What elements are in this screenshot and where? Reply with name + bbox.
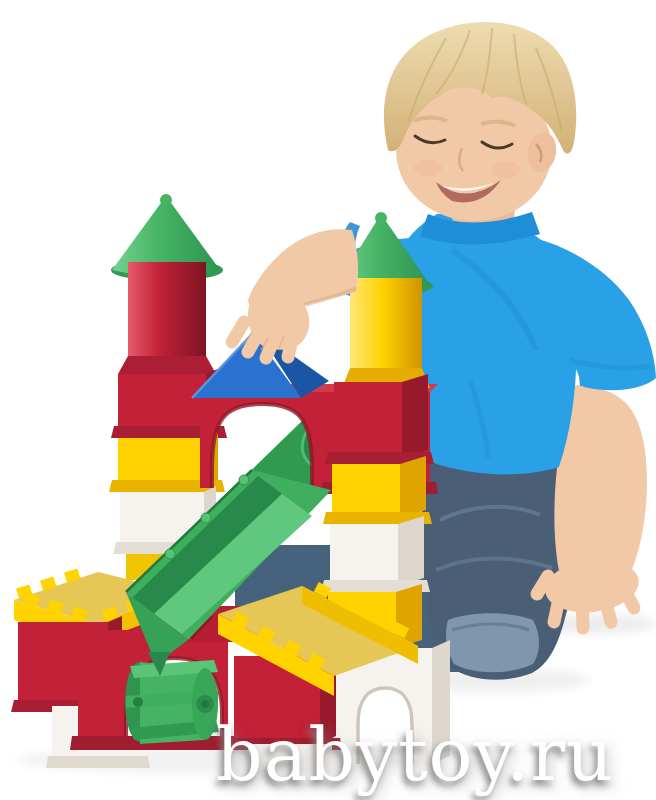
jeans-cuff bbox=[446, 613, 539, 672]
photo-scene bbox=[0, 0, 656, 800]
cheek-blush bbox=[492, 161, 520, 179]
right-tower-cylinder bbox=[350, 278, 422, 374]
right-cube-red-side bbox=[402, 374, 428, 458]
right-cube-yellow-side bbox=[400, 456, 426, 518]
left-base-white-rim bbox=[46, 756, 150, 768]
head bbox=[384, 22, 576, 221]
right-hand bbox=[232, 293, 309, 359]
left-cylinder-flange bbox=[118, 356, 216, 374]
photo-stage: babytoy.ru bbox=[0, 0, 656, 800]
wheel-axle bbox=[201, 700, 209, 708]
right-tower-cube-white bbox=[330, 524, 398, 586]
left-tower-cube-yellow bbox=[118, 438, 204, 486]
right-tower-cube-yellow bbox=[332, 464, 400, 518]
right-tower-cube-red bbox=[334, 382, 402, 458]
right-cube-white-side bbox=[398, 516, 424, 586]
left-cone-tip bbox=[160, 194, 172, 206]
right-cone-tip bbox=[375, 212, 387, 224]
cheek-blush bbox=[414, 159, 442, 177]
water-wheel bbox=[125, 660, 219, 744]
wheel-axle-left bbox=[133, 697, 143, 707]
block-castle bbox=[11, 194, 450, 772]
left-tower-cube-red bbox=[118, 374, 206, 430]
watermark-text: babytoy.ru bbox=[216, 718, 614, 791]
right-arm-reaching bbox=[232, 229, 358, 358]
left-tower-cylinder bbox=[128, 262, 206, 362]
boy bbox=[235, 22, 656, 680]
